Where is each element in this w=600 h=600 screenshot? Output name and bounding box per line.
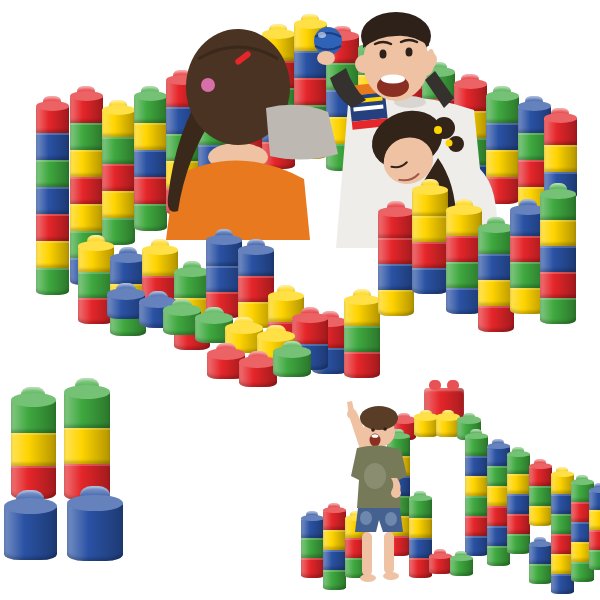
block-stud <box>353 289 372 301</box>
block-stud <box>470 429 482 437</box>
block-segment <box>207 354 245 379</box>
block-segment <box>507 534 530 554</box>
block-segment <box>268 322 304 348</box>
block-column <box>239 362 277 387</box>
block-segment <box>4 506 57 560</box>
block-column <box>67 503 123 561</box>
block-segment <box>551 534 574 554</box>
block-segment <box>507 494 530 514</box>
block-segment <box>551 574 574 594</box>
block-segment <box>238 302 274 328</box>
block-cap <box>540 189 576 200</box>
block-segment <box>487 506 510 526</box>
block-column <box>273 352 311 377</box>
block-cap <box>301 515 324 522</box>
block-segment <box>487 526 510 546</box>
block-segment <box>540 298 576 324</box>
block-segment <box>465 456 488 476</box>
block-stud <box>442 410 454 418</box>
block-segment <box>312 322 348 348</box>
block-column <box>465 436 488 556</box>
brick-stud <box>447 380 459 390</box>
block-cap <box>450 555 473 562</box>
block-segment <box>102 137 135 164</box>
block-segment <box>70 177 103 204</box>
block-cap <box>70 91 103 101</box>
block-cap <box>518 101 551 111</box>
block-stud <box>16 490 44 508</box>
block-segment <box>518 187 551 214</box>
block-stud <box>216 343 236 356</box>
block-segment <box>107 294 145 319</box>
block-segment <box>206 240 242 266</box>
toddler-fist <box>347 409 357 419</box>
block-segment <box>378 290 414 316</box>
toddler-leg-left <box>362 532 372 576</box>
block-segment <box>540 220 576 246</box>
block-cap <box>312 317 348 328</box>
block-segment <box>571 542 594 562</box>
block-stud <box>455 551 467 559</box>
block-column <box>139 302 177 327</box>
block-column <box>540 194 576 324</box>
block-segment <box>67 503 123 561</box>
block-segment <box>529 486 552 506</box>
block-segment <box>36 241 69 268</box>
block-segment <box>507 454 530 474</box>
block-segment <box>292 344 328 370</box>
block-segment <box>70 204 103 231</box>
block-segment <box>529 506 552 526</box>
block-stud <box>492 439 504 447</box>
block-segment <box>507 514 530 534</box>
block-column <box>450 558 473 576</box>
block-column <box>429 556 452 574</box>
block-column <box>142 250 178 328</box>
block-segment <box>540 246 576 272</box>
block-cap <box>4 498 57 514</box>
block-segment <box>142 276 178 302</box>
block-segment <box>529 466 552 486</box>
block-column <box>292 318 328 370</box>
block-segment <box>70 231 103 258</box>
girl-pigtail-tie-2 <box>446 140 453 147</box>
block-cap <box>11 393 56 407</box>
block-column <box>529 466 552 526</box>
block-cap <box>529 463 552 470</box>
block-column <box>301 518 324 578</box>
block-segment <box>78 298 114 324</box>
block-segment <box>589 530 600 550</box>
block-segment <box>465 496 488 516</box>
block-stud <box>151 239 170 251</box>
block-stud <box>594 483 600 491</box>
block-column <box>457 420 481 440</box>
block-column <box>436 417 460 437</box>
block-segment <box>589 550 600 570</box>
blue-ball-highlight <box>318 32 326 38</box>
block-segment <box>78 246 114 272</box>
child-girl-pigtail <box>340 100 500 290</box>
block-segment <box>174 298 210 324</box>
block-column <box>507 454 530 554</box>
block-segment <box>195 318 233 343</box>
block-stud <box>204 307 224 320</box>
toddler-eye-right <box>383 427 387 431</box>
toddler-eye-left <box>371 428 375 432</box>
block-segment <box>589 490 600 510</box>
block-segment <box>36 160 69 187</box>
block-stud <box>463 413 475 421</box>
block-column <box>551 474 574 594</box>
block-segment <box>139 302 177 327</box>
blue-ball <box>314 27 342 55</box>
block-column <box>571 482 594 582</box>
block-segment <box>510 236 546 262</box>
block-stud <box>306 511 318 519</box>
block-stud <box>109 100 126 111</box>
block-segment <box>225 328 263 353</box>
block-stud <box>534 459 546 467</box>
boy-teeth <box>381 75 405 84</box>
toddler-shorts-patch-1 <box>360 511 372 525</box>
block-segment <box>64 392 110 428</box>
block-column <box>257 336 295 361</box>
block-segment <box>544 172 577 199</box>
block-cap <box>589 487 600 494</box>
block-segment <box>478 306 514 332</box>
block-segment <box>589 510 600 530</box>
block-segment <box>64 464 110 500</box>
block-stud <box>148 291 168 304</box>
block-stud <box>512 447 524 455</box>
block-segment <box>551 474 574 494</box>
block-segment <box>70 258 103 285</box>
block-cap <box>487 443 510 450</box>
block-segment <box>36 133 69 160</box>
block-segment <box>507 474 530 494</box>
block-segment <box>487 546 510 566</box>
block-column <box>4 506 57 560</box>
block-segment <box>465 536 488 556</box>
block-segment <box>571 522 594 542</box>
block-segment <box>11 433 56 466</box>
toddler-hair <box>360 406 398 430</box>
block-segment <box>110 284 146 310</box>
block-column <box>544 118 577 199</box>
block-stud <box>183 261 202 273</box>
girl-orange-scrunchie <box>201 78 215 92</box>
toddler-foot-right <box>383 572 399 580</box>
block-segment <box>102 191 135 218</box>
block-segment <box>518 106 551 133</box>
block-cap <box>107 288 145 299</box>
block-segment <box>70 123 103 150</box>
block-column <box>163 310 201 335</box>
block-stud <box>234 317 254 330</box>
block-stud <box>282 341 302 354</box>
boy-knee <box>266 105 338 160</box>
block-stud <box>301 307 320 319</box>
block-segment <box>551 554 574 574</box>
block-segment <box>273 352 311 377</box>
block-cap <box>268 291 304 302</box>
block-segment <box>36 106 69 133</box>
block-segment <box>174 272 210 298</box>
block-segment <box>540 272 576 298</box>
brick-stud <box>429 380 441 390</box>
block-segment <box>551 494 574 514</box>
block-segment <box>142 302 178 328</box>
block-cap <box>64 385 110 399</box>
block-brick <box>424 388 464 426</box>
block-cap <box>429 553 452 560</box>
boy-eye-right <box>406 48 413 57</box>
block-segment <box>312 348 348 374</box>
block-segment <box>70 150 103 177</box>
toddler-foot-left <box>360 574 376 582</box>
block-stud <box>77 86 94 97</box>
block-column <box>225 328 263 353</box>
block-segment <box>257 336 295 361</box>
block-column <box>102 110 135 245</box>
block-segment <box>571 482 594 502</box>
block-cap <box>78 241 114 252</box>
block-column <box>174 272 210 350</box>
block-column <box>589 490 600 570</box>
block-segment <box>301 558 324 578</box>
block-segment <box>544 118 577 145</box>
block-segment <box>551 514 574 534</box>
block-cap <box>174 267 210 278</box>
block-column <box>268 296 304 348</box>
block-stud <box>80 486 109 505</box>
block-stud <box>43 96 60 107</box>
block-segment <box>268 296 304 322</box>
block-cap <box>551 471 574 478</box>
block-cap <box>344 295 380 306</box>
block-segment <box>36 268 69 295</box>
block-segment <box>465 436 488 456</box>
block-cap <box>195 312 233 323</box>
toddler-hand <box>391 488 401 498</box>
block-stud <box>551 108 568 119</box>
toddler-shirt-print <box>364 463 386 489</box>
block-cap <box>139 296 177 307</box>
block-segment <box>11 466 56 499</box>
block-stud <box>576 475 588 483</box>
photo-canvas <box>0 0 600 600</box>
block-column <box>510 210 546 314</box>
block-segment <box>78 272 114 298</box>
block-segment <box>238 276 274 302</box>
block-stud <box>266 325 286 338</box>
block-stud <box>277 285 296 297</box>
boy-finger-2 <box>421 46 427 56</box>
block-segment <box>102 218 135 245</box>
block-cap <box>163 304 201 315</box>
block-segment <box>36 214 69 241</box>
block-segment <box>301 518 324 538</box>
block-segment <box>457 420 481 440</box>
block-cap <box>292 313 328 324</box>
block-segment <box>102 110 135 137</box>
block-segment <box>571 562 594 582</box>
block-column <box>107 294 145 319</box>
boy-finger-1 <box>414 49 420 59</box>
boy-finger-3 <box>428 49 434 59</box>
block-segment <box>518 133 551 160</box>
block-stud <box>534 537 546 545</box>
block-column <box>206 240 242 318</box>
block-segment <box>64 428 110 464</box>
block-segment <box>446 288 482 314</box>
block-cap <box>225 322 263 333</box>
block-column <box>238 250 274 328</box>
block-column <box>64 392 110 500</box>
block-cap <box>67 495 123 512</box>
block-stud <box>549 183 568 195</box>
block-segment <box>510 288 546 314</box>
block-segment <box>510 210 546 236</box>
block-column <box>36 106 69 295</box>
block-stud <box>116 283 136 296</box>
block-stud <box>87 235 106 247</box>
block-segment <box>344 352 380 378</box>
girl-pigtail-tie-1 <box>434 126 442 134</box>
block-stud <box>248 351 268 364</box>
block-segment <box>465 516 488 536</box>
block-segment <box>206 292 242 318</box>
block-segment <box>436 417 460 437</box>
block-segment <box>301 538 324 558</box>
block-stud <box>434 549 446 557</box>
block-cap <box>457 416 481 423</box>
block-column <box>518 106 551 214</box>
block-cap <box>510 205 546 216</box>
block-segment <box>487 486 510 506</box>
block-column <box>195 318 233 343</box>
block-segment <box>11 400 56 433</box>
block-stud <box>321 311 340 323</box>
block-column <box>78 246 114 324</box>
block-stud <box>75 378 99 394</box>
block-cap <box>529 541 552 548</box>
toddler-leg-right <box>384 532 394 574</box>
block-cap <box>273 346 311 357</box>
block-segment <box>142 250 178 276</box>
block-segment <box>70 96 103 123</box>
block-column <box>487 446 510 566</box>
block-column <box>529 544 552 584</box>
block-column <box>312 322 348 374</box>
block-cap <box>465 433 488 440</box>
block-stud <box>172 299 192 312</box>
block-segment <box>163 310 201 335</box>
block-column <box>70 96 103 285</box>
block-cap <box>436 413 460 420</box>
block-segment <box>544 145 577 172</box>
block-cap <box>36 101 69 111</box>
block-segment <box>450 558 473 576</box>
block-stud <box>519 199 538 211</box>
block-segment <box>487 466 510 486</box>
block-cap <box>571 479 594 486</box>
block-segment <box>465 476 488 496</box>
block-segment <box>344 326 380 352</box>
block-segment <box>206 266 242 292</box>
block-cap <box>110 253 146 264</box>
block-segment <box>518 160 551 187</box>
block-cap <box>142 245 178 256</box>
block-cap <box>507 451 530 458</box>
block-segment <box>36 187 69 214</box>
block-segment <box>292 318 328 344</box>
block-segment <box>344 300 380 326</box>
block-segment <box>540 194 576 220</box>
boy-eye-left <box>380 50 387 59</box>
block-segment <box>571 502 594 522</box>
block-cap <box>257 330 295 341</box>
block-cap <box>544 113 577 123</box>
block-cap <box>239 356 277 367</box>
block-column <box>11 400 56 499</box>
block-segment <box>239 362 277 387</box>
block-segment <box>102 164 135 191</box>
block-stud <box>556 467 568 475</box>
block-segment <box>529 544 552 564</box>
block-segment <box>110 310 146 336</box>
block-segment <box>174 324 210 350</box>
block-column <box>110 258 146 336</box>
block-segment <box>429 556 452 574</box>
toddler-shorts-patch-2 <box>385 512 397 526</box>
block-cap <box>102 105 135 115</box>
block-stud <box>525 96 542 107</box>
block-column <box>344 300 380 378</box>
block-stud <box>21 387 44 402</box>
child-toddler <box>325 390 430 595</box>
block-segment <box>110 258 146 284</box>
block-cap <box>207 348 245 359</box>
block-stud <box>119 247 138 259</box>
toddler-teeth <box>372 434 379 438</box>
block-segment <box>529 564 552 584</box>
boy-right-hand <box>317 51 335 65</box>
block-segment <box>487 446 510 466</box>
block-segment <box>510 262 546 288</box>
block-column <box>207 354 245 379</box>
